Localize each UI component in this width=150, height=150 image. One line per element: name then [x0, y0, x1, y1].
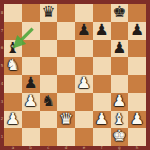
square-b8[interactable] — [22, 4, 40, 22]
piece-black-queen-c8[interactable]: ♛ — [40, 4, 58, 22]
piece-black-pawn-e7[interactable]: ♟ — [75, 22, 93, 40]
square-h6[interactable] — [128, 40, 146, 58]
file-label-d: d — [57, 146, 75, 150]
square-h8[interactable] — [128, 4, 146, 22]
file-labels: abcdefgh — [4, 146, 146, 150]
rank-label-4: 4 — [0, 82, 4, 86]
rank-label-7: 7 — [0, 29, 4, 33]
square-f7[interactable]: ♟ — [93, 22, 111, 40]
piece-white-queen-d2[interactable]: ♛ — [57, 111, 75, 129]
square-g2[interactable]: ♝ — [111, 111, 129, 129]
square-g7[interactable] — [111, 22, 129, 40]
piece-white-pawn-f2[interactable]: ♟ — [93, 111, 111, 129]
square-e5[interactable] — [75, 57, 93, 75]
square-e4[interactable]: ♟ — [75, 75, 93, 93]
piece-white-pawn-b3[interactable]: ♟ — [22, 93, 40, 111]
chess-board: ♛♚♟♟♟♝♟♞♟♟♟♞♟♟♛♟♝♟♚ — [4, 4, 146, 146]
piece-black-pawn-b4[interactable]: ♟ — [22, 75, 40, 93]
square-c8[interactable]: ♛ — [40, 4, 58, 22]
file-label-h: h — [128, 146, 146, 150]
piece-black-pawn-g6[interactable]: ♟ — [111, 40, 129, 58]
rank-labels: 87654321 — [0, 4, 4, 146]
square-h5[interactable] — [128, 57, 146, 75]
square-d5[interactable] — [57, 57, 75, 75]
square-b7[interactable] — [22, 22, 40, 40]
square-c7[interactable] — [40, 22, 58, 40]
square-e7[interactable]: ♟ — [75, 22, 93, 40]
square-b6[interactable] — [22, 40, 40, 58]
square-c6[interactable] — [40, 40, 58, 58]
square-c5[interactable] — [40, 57, 58, 75]
file-label-e: e — [75, 146, 93, 150]
rank-label-2: 2 — [0, 117, 4, 121]
rank-label-3: 3 — [0, 100, 4, 104]
square-c1[interactable] — [40, 128, 58, 146]
rank-label-6: 6 — [0, 46, 4, 50]
square-a3[interactable] — [4, 93, 22, 111]
file-label-f: f — [93, 146, 111, 150]
square-a6[interactable]: ♝ — [4, 40, 22, 58]
square-b2[interactable] — [22, 111, 40, 129]
square-d8[interactable] — [57, 4, 75, 22]
rank-label-5: 5 — [0, 64, 4, 68]
file-label-g: g — [111, 146, 129, 150]
file-label-b: b — [22, 146, 40, 150]
file-label-a: a — [4, 146, 22, 150]
rank-label-8: 8 — [0, 11, 4, 15]
piece-black-pawn-f7[interactable]: ♟ — [93, 22, 111, 40]
piece-white-bishop-g2[interactable]: ♝ — [111, 111, 129, 129]
square-f8[interactable] — [93, 4, 111, 22]
square-a1[interactable] — [4, 128, 22, 146]
square-h4[interactable] — [128, 75, 146, 93]
square-h3[interactable] — [128, 93, 146, 111]
chess-board-frame: ♛♚♟♟♟♝♟♞♟♟♟♞♟♟♛♟♝♟♚ 87654321 abcdefgh — [0, 0, 150, 150]
square-g1[interactable]: ♚ — [111, 128, 129, 146]
square-h2[interactable]: ♟ — [128, 111, 146, 129]
square-b5[interactable] — [22, 57, 40, 75]
piece-white-pawn-a2[interactable]: ♟ — [4, 111, 22, 129]
square-h1[interactable] — [128, 128, 146, 146]
square-e6[interactable] — [75, 40, 93, 58]
piece-black-pawn-h7[interactable]: ♟ — [128, 22, 146, 40]
square-a2[interactable]: ♟ — [4, 111, 22, 129]
square-h7[interactable]: ♟ — [128, 22, 146, 40]
square-a5[interactable]: ♞ — [4, 57, 22, 75]
square-d2[interactable]: ♛ — [57, 111, 75, 129]
square-a4[interactable] — [4, 75, 22, 93]
square-f1[interactable] — [93, 128, 111, 146]
piece-black-knight-c3[interactable]: ♞ — [40, 93, 58, 111]
square-g4[interactable] — [111, 75, 129, 93]
piece-black-bishop-a6[interactable]: ♝ — [4, 40, 22, 58]
square-d6[interactable] — [57, 40, 75, 58]
square-a8[interactable] — [4, 4, 22, 22]
square-f4[interactable] — [93, 75, 111, 93]
square-d4[interactable] — [57, 75, 75, 93]
piece-white-pawn-g3[interactable]: ♟ — [111, 93, 129, 111]
square-f2[interactable]: ♟ — [93, 111, 111, 129]
piece-black-king-g8[interactable]: ♚ — [111, 4, 129, 22]
rank-label-1: 1 — [0, 135, 4, 139]
square-b4[interactable]: ♟ — [22, 75, 40, 93]
square-c4[interactable] — [40, 75, 58, 93]
square-a7[interactable] — [4, 22, 22, 40]
square-e1[interactable] — [75, 128, 93, 146]
square-g8[interactable]: ♚ — [111, 4, 129, 22]
square-e8[interactable] — [75, 4, 93, 22]
square-d1[interactable] — [57, 128, 75, 146]
square-g6[interactable]: ♟ — [111, 40, 129, 58]
square-e3[interactable] — [75, 93, 93, 111]
square-c3[interactable]: ♞ — [40, 93, 58, 111]
square-f3[interactable] — [93, 93, 111, 111]
square-g3[interactable]: ♟ — [111, 93, 129, 111]
square-g5[interactable] — [111, 57, 129, 75]
piece-white-pawn-h2[interactable]: ♟ — [128, 111, 146, 129]
square-b1[interactable] — [22, 128, 40, 146]
square-e2[interactable] — [75, 111, 93, 129]
square-d7[interactable] — [57, 22, 75, 40]
piece-white-pawn-e4[interactable]: ♟ — [75, 75, 93, 93]
file-label-c: c — [40, 146, 58, 150]
piece-white-king-g1[interactable]: ♚ — [111, 128, 129, 146]
square-d3[interactable] — [57, 93, 75, 111]
square-b3[interactable]: ♟ — [22, 93, 40, 111]
piece-white-knight-a5[interactable]: ♞ — [4, 57, 22, 75]
square-c2[interactable] — [40, 111, 58, 129]
square-f6[interactable] — [93, 40, 111, 58]
square-f5[interactable] — [93, 57, 111, 75]
